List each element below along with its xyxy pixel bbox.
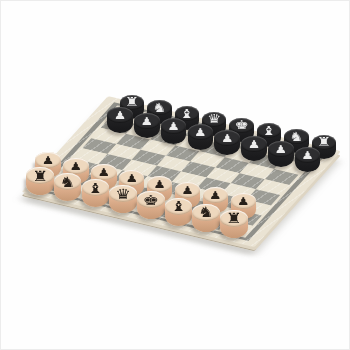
- pawn-glyph: ♟: [248, 138, 261, 149]
- piece-disc-top: ♜: [26, 167, 54, 184]
- piece-disc-top: ♟: [295, 147, 321, 163]
- knight-glyph: ♞: [60, 175, 76, 189]
- pawn-glyph: ♟: [114, 110, 127, 121]
- piece-disc-top: ♟: [268, 141, 294, 157]
- piece-white-bishop: ♝: [82, 179, 110, 207]
- piece-disc-top: ♟: [134, 113, 160, 129]
- piece-black-pawn: ♟: [134, 113, 160, 139]
- piece-disc-top: ♟: [63, 158, 89, 174]
- rook-glyph: ♜: [32, 168, 48, 182]
- rook-glyph: ♜: [226, 211, 242, 225]
- pawn-glyph: ♟: [125, 172, 138, 183]
- pawn-glyph: ♟: [42, 155, 55, 166]
- pawn-glyph: ♟: [221, 132, 234, 143]
- piece-disc-top: ♞: [192, 204, 220, 221]
- piece-disc-top: ♟: [147, 176, 173, 192]
- piece-black-pawn: ♟: [161, 118, 187, 144]
- piece-black-pawn: ♟: [188, 124, 214, 150]
- pawn-glyph: ♟: [275, 144, 288, 155]
- piece-disc-top: ♟: [188, 124, 214, 140]
- pawn-glyph: ♟: [237, 196, 250, 207]
- piece-white-rook: ♜: [26, 167, 54, 195]
- pawn-glyph: ♟: [70, 160, 83, 171]
- product-photo-background: ♜♞♝♛♚♝♞♜♟♟♟♟♟♟♟♟♟♟♟♟♟♟♟♟♜♞♝♛♚♝♞♜: [0, 0, 350, 350]
- pawn-glyph: ♟: [209, 190, 222, 201]
- piece-disc-top: ♟: [175, 182, 201, 198]
- piece-white-rook: ♜: [220, 210, 248, 238]
- piece-disc-top: ♟: [214, 130, 240, 146]
- knight-glyph: ♞: [198, 205, 214, 219]
- piece-disc-top: ♟: [119, 170, 145, 186]
- piece-disc-top: ♜: [220, 210, 248, 227]
- piece-black-pawn: ♟: [295, 147, 321, 173]
- piece-white-knight: ♞: [192, 204, 220, 232]
- piece-black-pawn: ♟: [214, 130, 240, 156]
- pawn-glyph: ♟: [194, 127, 207, 138]
- bishop-glyph: ♝: [170, 199, 186, 213]
- piece-disc-top: ♝: [165, 198, 193, 215]
- king-glyph: ♚: [143, 193, 159, 207]
- pawn-glyph: ♟: [167, 121, 180, 132]
- piece-white-knight: ♞: [54, 173, 82, 201]
- pawn-glyph: ♟: [141, 115, 154, 126]
- piece-white-king: ♚: [137, 191, 165, 219]
- pawn-glyph: ♟: [301, 149, 314, 160]
- queen-glyph: ♛: [115, 187, 131, 201]
- piece-disc-top: ♟: [91, 164, 117, 180]
- piece-disc-top: ♚: [137, 191, 165, 208]
- piece-white-bishop: ♝: [165, 198, 193, 226]
- piece-white-queen: ♛: [109, 185, 137, 213]
- piece-disc-top: ♟: [35, 152, 61, 168]
- piece-black-pawn: ♟: [268, 141, 294, 167]
- pawn-glyph: ♟: [181, 184, 194, 195]
- pawn-glyph: ♟: [98, 166, 111, 177]
- piece-disc-top: ♟: [241, 136, 267, 152]
- bishop-glyph: ♝: [87, 181, 103, 195]
- pawn-glyph: ♟: [153, 178, 166, 189]
- piece-black-pawn: ♟: [107, 107, 133, 133]
- piece-black-pawn: ♟: [241, 136, 267, 162]
- piece-disc-top: ♟: [107, 107, 133, 123]
